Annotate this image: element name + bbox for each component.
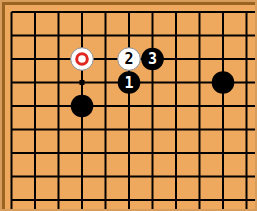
white-stone-D17: [71, 48, 94, 71]
move-number-3: 3: [148, 50, 157, 68]
black-stone-K16: [212, 71, 235, 94]
go-board-diagram: 123: [0, 0, 257, 211]
black-stone-D15: [71, 95, 94, 118]
star-point: [80, 80, 85, 85]
go-board: 123: [0, 0, 257, 211]
move-number-2: 2: [124, 50, 133, 68]
move-number-1: 1: [124, 74, 133, 92]
